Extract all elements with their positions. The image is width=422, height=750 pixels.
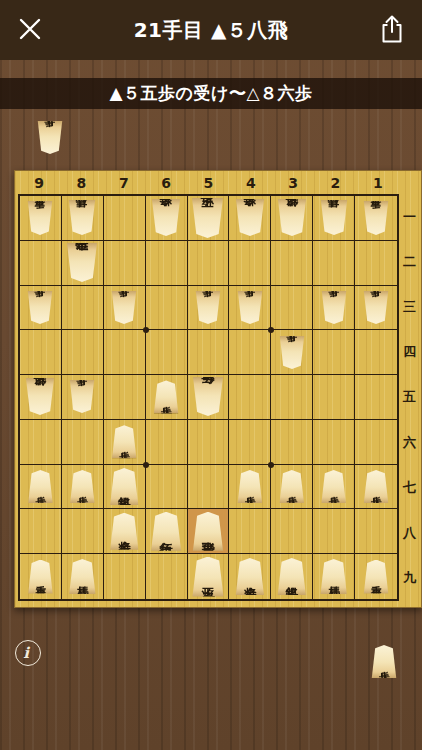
shogi-piece: 歩兵 xyxy=(237,470,263,503)
shogi-piece: 金将 xyxy=(109,513,139,550)
board-cell-5-3: 歩兵 xyxy=(188,286,230,331)
board-cell-4-5 xyxy=(229,375,271,420)
board-cell-6-4 xyxy=(146,330,188,375)
file-label-1: 1 xyxy=(357,171,399,194)
board-cell-3-6 xyxy=(271,420,313,465)
board-cell-1-8 xyxy=(355,509,397,554)
board-cell-9-5: 銀将 xyxy=(20,375,62,420)
sente-hand-tray: 歩兵 xyxy=(371,645,397,678)
board-cell-9-3: 歩兵 xyxy=(20,286,62,331)
rank-label-8: 八 xyxy=(398,511,421,556)
shogi-piece: 角行 xyxy=(192,377,224,416)
board-cell-4-4 xyxy=(229,330,271,375)
shogi-piece: 飛車 xyxy=(192,512,224,551)
board-cell-2-7: 歩兵 xyxy=(313,465,355,510)
page-title: 21手目 ▲５八飛 xyxy=(134,17,289,44)
shogi-piece: 銀将 xyxy=(277,558,307,595)
board-cell-4-2 xyxy=(229,241,271,286)
star-point xyxy=(268,462,274,468)
file-label-7: 7 xyxy=(103,171,145,194)
board-cell-2-6 xyxy=(313,420,355,465)
board-cell-8-5: 歩兵 xyxy=(62,375,104,420)
star-point xyxy=(143,462,149,468)
shogi-piece: 飛車 xyxy=(66,243,98,282)
file-label-3: 3 xyxy=(272,171,314,194)
shogi-piece: 角行 xyxy=(150,512,182,551)
shogi-piece: 歩兵 xyxy=(371,645,397,678)
board-cell-8-1: 桂馬 xyxy=(62,196,104,241)
board-cell-1-1: 香車 xyxy=(355,196,397,241)
rank-labels: 一二三四五六七八九 xyxy=(398,194,421,601)
board-cell-4-9: 金将 xyxy=(229,554,271,599)
board-cell-8-3 xyxy=(62,286,104,331)
board-cell-5-1: 王将 xyxy=(188,196,230,241)
shogi-piece: 王将 xyxy=(191,198,224,238)
board-cell-7-7: 銀将 xyxy=(104,465,146,510)
shogi-piece: 香車 xyxy=(27,560,53,594)
shogi-piece: 歩兵 xyxy=(195,291,221,324)
board-cell-8-2: 飛車 xyxy=(62,241,104,286)
board-cell-9-1: 香車 xyxy=(20,196,62,241)
shogi-piece: 歩兵 xyxy=(321,291,347,324)
board-cell-3-2 xyxy=(271,241,313,286)
board-cell-7-3: 歩兵 xyxy=(104,286,146,331)
shogi-piece: 歩兵 xyxy=(69,470,95,503)
shogi-piece: 歩兵 xyxy=(27,291,53,324)
board-cell-1-3: 歩兵 xyxy=(355,286,397,331)
board-cell-1-7: 歩兵 xyxy=(355,465,397,510)
board-cell-4-6 xyxy=(229,420,271,465)
shogi-piece: 銀将 xyxy=(25,378,55,415)
close-button[interactable] xyxy=(2,0,58,60)
board-cell-8-6 xyxy=(62,420,104,465)
board-cell-5-8: 飛車 xyxy=(188,509,230,554)
board-cell-7-9 xyxy=(104,554,146,599)
board-cell-2-3: 歩兵 xyxy=(313,286,355,331)
file-label-2: 2 xyxy=(314,171,356,194)
board-cell-5-7 xyxy=(188,465,230,510)
board-cell-2-1: 桂馬 xyxy=(313,196,355,241)
board-cell-9-9: 香車 xyxy=(20,554,62,599)
shogi-piece: 歩兵 xyxy=(111,291,137,324)
board-cell-3-9: 銀将 xyxy=(271,554,313,599)
shogi-piece: 歩兵 xyxy=(27,470,53,503)
star-point xyxy=(268,327,274,333)
board-cell-5-2 xyxy=(188,241,230,286)
board-cell-3-7: 歩兵 xyxy=(271,465,313,510)
board-cell-5-9: 玉将 xyxy=(188,554,230,599)
board-cell-9-7: 歩兵 xyxy=(20,465,62,510)
board-cell-6-2 xyxy=(146,241,188,286)
shogi-piece: 歩兵 xyxy=(153,380,179,413)
shogi-piece: 金将 xyxy=(235,558,265,595)
shogi-piece: 歩兵 xyxy=(37,121,63,154)
board-cell-3-3 xyxy=(271,286,313,331)
board-cell-7-2 xyxy=(104,241,146,286)
shogi-piece: 歩兵 xyxy=(321,470,347,503)
board-cell-6-6 xyxy=(146,420,188,465)
shogi-piece: 金将 xyxy=(151,199,181,236)
board-cell-7-5 xyxy=(104,375,146,420)
star-point xyxy=(143,327,149,333)
board-cell-2-2 xyxy=(313,241,355,286)
board-cell-7-1 xyxy=(104,196,146,241)
shogi-piece: 金将 xyxy=(235,199,265,236)
board-cell-6-9 xyxy=(146,554,188,599)
shogi-piece: 香車 xyxy=(363,560,389,594)
shogi-piece: 桂馬 xyxy=(68,559,96,594)
board-cell-1-6 xyxy=(355,420,397,465)
shogi-piece: 歩兵 xyxy=(237,291,263,324)
info-icon: i xyxy=(23,644,29,662)
board-cell-3-1: 銀将 xyxy=(271,196,313,241)
board-cell-6-5: 歩兵 xyxy=(146,375,188,420)
board-cell-9-8 xyxy=(20,509,62,554)
board-cell-4-8 xyxy=(229,509,271,554)
board-cell-6-1: 金将 xyxy=(146,196,188,241)
board-cell-7-6: 歩兵 xyxy=(104,420,146,465)
share-button[interactable] xyxy=(364,0,420,60)
file-label-8: 8 xyxy=(60,171,102,194)
rank-label-5: 五 xyxy=(398,375,421,420)
file-label-9: 9 xyxy=(18,171,60,194)
board-cell-3-8 xyxy=(271,509,313,554)
shogi-piece: 歩兵 xyxy=(279,470,305,503)
shogi-piece: 歩兵 xyxy=(111,425,137,458)
board-cell-6-8: 角行 xyxy=(146,509,188,554)
board-cell-5-6 xyxy=(188,420,230,465)
shogi-piece: 銀将 xyxy=(277,199,307,236)
info-button[interactable]: i xyxy=(15,640,41,666)
board-cell-9-4 xyxy=(20,330,62,375)
rank-label-2: 二 xyxy=(398,239,421,284)
shogi-piece: 香車 xyxy=(27,201,53,235)
share-icon xyxy=(379,14,405,47)
board-cell-9-2 xyxy=(20,241,62,286)
header-bar: 21手目 ▲５八飛 xyxy=(0,0,422,60)
board-cell-4-1: 金将 xyxy=(229,196,271,241)
shogi-piece: 歩兵 xyxy=(69,380,95,413)
board-cell-6-7 xyxy=(146,465,188,510)
close-icon xyxy=(17,16,43,45)
rank-label-7: 七 xyxy=(398,465,421,510)
shogi-piece: 玉将 xyxy=(191,557,224,597)
board-cell-1-5 xyxy=(355,375,397,420)
shogi-board: 987654321 一二三四五六七八九 香車桂馬金将王将金将銀将桂馬香車飛車歩兵… xyxy=(14,170,422,608)
board-cell-5-5: 角行 xyxy=(188,375,230,420)
shogi-piece: 桂馬 xyxy=(320,200,348,235)
board-cell-2-4 xyxy=(313,330,355,375)
shogi-piece: 歩兵 xyxy=(279,336,305,369)
board-cell-4-3: 歩兵 xyxy=(229,286,271,331)
board-cell-8-8 xyxy=(62,509,104,554)
file-label-5: 5 xyxy=(187,171,229,194)
file-label-6: 6 xyxy=(145,171,187,194)
rank-label-6: 六 xyxy=(398,420,421,465)
gote-hand-tray: 歩兵 xyxy=(37,121,63,154)
board-cell-7-4 xyxy=(104,330,146,375)
shogi-piece: 歩兵 xyxy=(363,470,389,503)
board-cell-1-4 xyxy=(355,330,397,375)
board-cell-8-9: 桂馬 xyxy=(62,554,104,599)
rank-label-4: 四 xyxy=(398,330,421,375)
board-cell-5-4 xyxy=(188,330,230,375)
rank-label-1: 一 xyxy=(398,194,421,239)
shogi-piece: 香車 xyxy=(363,201,389,235)
rank-label-9: 九 xyxy=(398,556,421,601)
board-cell-3-5 xyxy=(271,375,313,420)
board-cell-2-5 xyxy=(313,375,355,420)
board-cell-2-8 xyxy=(313,509,355,554)
shogi-piece: 桂馬 xyxy=(320,559,348,594)
board-cell-8-7: 歩兵 xyxy=(62,465,104,510)
shogi-piece: 歩兵 xyxy=(363,291,389,324)
board-grid: 香車桂馬金将王将金将銀将桂馬香車飛車歩兵歩兵歩兵歩兵歩兵歩兵歩兵銀将歩兵歩兵角行… xyxy=(18,194,399,601)
board-cell-7-8: 金将 xyxy=(104,509,146,554)
board-cell-1-2 xyxy=(355,241,397,286)
board-cell-3-4: 歩兵 xyxy=(271,330,313,375)
board-cell-1-9: 香車 xyxy=(355,554,397,599)
board-cell-9-6 xyxy=(20,420,62,465)
board-cell-4-7: 歩兵 xyxy=(229,465,271,510)
shogi-piece: 銀将 xyxy=(109,468,139,505)
board-cell-8-4 xyxy=(62,330,104,375)
chapter-banner: ▲５五歩の受け〜△８六歩 xyxy=(0,78,422,109)
file-labels: 987654321 xyxy=(18,171,399,194)
board-cell-2-9: 桂馬 xyxy=(313,554,355,599)
board-cell-6-3 xyxy=(146,286,188,331)
shogi-piece: 桂馬 xyxy=(68,200,96,235)
file-label-4: 4 xyxy=(230,171,272,194)
chapter-title: ▲５五歩の受け〜△８六歩 xyxy=(110,82,313,105)
rank-label-3: 三 xyxy=(398,284,421,329)
